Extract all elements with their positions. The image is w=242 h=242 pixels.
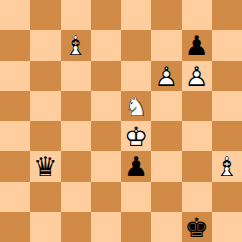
white-knight[interactable]: ♞♘	[121, 91, 151, 121]
square-c7[interactable]: ♝♗	[61, 30, 91, 60]
white-bishop-outline: ♗	[212, 151, 242, 181]
square-c8[interactable]	[61, 0, 91, 30]
square-d2[interactable]	[91, 182, 121, 212]
white-king-outline: ♔	[121, 121, 151, 151]
square-f8[interactable]	[151, 0, 181, 30]
square-e4[interactable]: ♚♔	[121, 121, 151, 151]
square-e7[interactable]	[121, 30, 151, 60]
black-pawn-fill: ♟	[182, 30, 212, 60]
white-bishop-outline: ♗	[61, 30, 91, 60]
square-b8[interactable]	[30, 0, 60, 30]
square-b2[interactable]	[30, 182, 60, 212]
square-a4[interactable]	[0, 121, 30, 151]
black-king-fill: ♚	[182, 212, 212, 242]
black-pawn[interactable]: ♟	[182, 30, 212, 60]
square-h6[interactable]	[212, 61, 242, 91]
square-b6[interactable]	[30, 61, 60, 91]
black-pawn[interactable]: ♟	[121, 151, 151, 181]
square-b7[interactable]	[30, 30, 60, 60]
square-d4[interactable]	[91, 121, 121, 151]
chess-board: ♝♗♟♟♙♟♙♞♘♚♔♛♟♝♗♚	[0, 0, 242, 242]
square-d3[interactable]	[91, 151, 121, 181]
square-f2[interactable]	[151, 182, 181, 212]
black-queen[interactable]: ♛	[30, 151, 60, 181]
square-c6[interactable]	[61, 61, 91, 91]
square-h5[interactable]	[212, 91, 242, 121]
square-e3[interactable]: ♟	[121, 151, 151, 181]
white-bishop[interactable]: ♝♗	[61, 30, 91, 60]
square-h8[interactable]	[212, 0, 242, 30]
square-h2[interactable]	[212, 182, 242, 212]
square-c1[interactable]	[61, 212, 91, 242]
square-d6[interactable]	[91, 61, 121, 91]
square-b4[interactable]	[30, 121, 60, 151]
square-c3[interactable]	[61, 151, 91, 181]
square-b5[interactable]	[30, 91, 60, 121]
white-pawn-outline: ♙	[182, 61, 212, 91]
square-e1[interactable]	[121, 212, 151, 242]
square-f3[interactable]	[151, 151, 181, 181]
square-e5[interactable]: ♞♘	[121, 91, 151, 121]
square-g1[interactable]: ♚	[182, 212, 212, 242]
square-c2[interactable]	[61, 182, 91, 212]
square-g3[interactable]	[182, 151, 212, 181]
square-f5[interactable]	[151, 91, 181, 121]
square-d8[interactable]	[91, 0, 121, 30]
square-a3[interactable]	[0, 151, 30, 181]
square-h3[interactable]: ♝♗	[212, 151, 242, 181]
black-pawn-fill: ♟	[121, 151, 151, 181]
square-g4[interactable]	[182, 121, 212, 151]
square-d7[interactable]	[91, 30, 121, 60]
square-c4[interactable]	[61, 121, 91, 151]
square-f7[interactable]	[151, 30, 181, 60]
square-a7[interactable]	[0, 30, 30, 60]
square-h4[interactable]	[212, 121, 242, 151]
square-g5[interactable]	[182, 91, 212, 121]
square-g7[interactable]: ♟	[182, 30, 212, 60]
square-a6[interactable]	[0, 61, 30, 91]
square-a8[interactable]	[0, 0, 30, 30]
square-a1[interactable]	[0, 212, 30, 242]
square-h7[interactable]	[212, 30, 242, 60]
white-king[interactable]: ♚♔	[121, 121, 151, 151]
white-pawn[interactable]: ♟♙	[182, 61, 212, 91]
square-a5[interactable]	[0, 91, 30, 121]
white-pawn[interactable]: ♟♙	[151, 61, 181, 91]
white-pawn-outline: ♙	[151, 61, 181, 91]
square-f4[interactable]	[151, 121, 181, 151]
square-e8[interactable]	[121, 0, 151, 30]
square-h1[interactable]	[212, 212, 242, 242]
square-e2[interactable]	[121, 182, 151, 212]
square-g8[interactable]	[182, 0, 212, 30]
black-king[interactable]: ♚	[182, 212, 212, 242]
square-f6[interactable]: ♟♙	[151, 61, 181, 91]
white-knight-outline: ♘	[121, 91, 151, 121]
white-bishop[interactable]: ♝♗	[212, 151, 242, 181]
square-b3[interactable]: ♛	[30, 151, 60, 181]
square-e6[interactable]	[121, 61, 151, 91]
square-g6[interactable]: ♟♙	[182, 61, 212, 91]
square-g2[interactable]	[182, 182, 212, 212]
square-d5[interactable]	[91, 91, 121, 121]
square-d1[interactable]	[91, 212, 121, 242]
black-queen-fill: ♛	[30, 151, 60, 181]
square-c5[interactable]	[61, 91, 91, 121]
square-b1[interactable]	[30, 212, 60, 242]
square-a2[interactable]	[0, 182, 30, 212]
square-f1[interactable]	[151, 212, 181, 242]
